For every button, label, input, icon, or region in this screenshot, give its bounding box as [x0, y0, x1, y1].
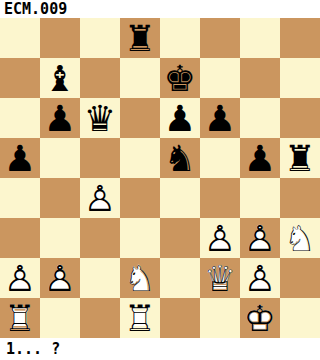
- piece-outline: ♘: [280, 218, 320, 258]
- square-g2[interactable]: ♟♙: [240, 258, 280, 298]
- piece-glyph: ♟: [240, 138, 280, 178]
- white-knight: ♞♘: [120, 258, 160, 298]
- black-pawn: ♟: [240, 138, 280, 178]
- piece-glyph: ♞: [160, 138, 200, 178]
- square-g8[interactable]: [240, 18, 280, 58]
- black-king: ♚: [160, 58, 200, 98]
- chess-board: ♜♝♚♟♛♟♟♟♞♟♜♟♙♟♙♟♙♞♘♟♙♟♙♞♘♛♕♟♙♜♖♜♖♚♔: [0, 18, 320, 338]
- piece-outline: ♕: [200, 258, 240, 298]
- black-queen: ♛: [80, 98, 120, 138]
- square-c2[interactable]: [80, 258, 120, 298]
- white-knight: ♞♘: [280, 218, 320, 258]
- title-bar: ECM.009: [0, 0, 320, 18]
- square-h8[interactable]: [280, 18, 320, 58]
- square-h5[interactable]: ♜: [280, 138, 320, 178]
- square-e5[interactable]: ♞: [160, 138, 200, 178]
- square-d7[interactable]: [120, 58, 160, 98]
- square-a5[interactable]: ♟: [0, 138, 40, 178]
- piece-outline: ♙: [0, 258, 40, 298]
- black-pawn: ♟: [200, 98, 240, 138]
- square-b4[interactable]: [40, 178, 80, 218]
- square-h7[interactable]: [280, 58, 320, 98]
- white-pawn: ♟♙: [0, 258, 40, 298]
- square-c6[interactable]: ♛: [80, 98, 120, 138]
- square-g6[interactable]: [240, 98, 280, 138]
- piece-outline: ♙: [240, 218, 280, 258]
- black-pawn: ♟: [160, 98, 200, 138]
- white-queen: ♛♕: [200, 258, 240, 298]
- square-e6[interactable]: ♟: [160, 98, 200, 138]
- piece-outline: ♙: [80, 178, 120, 218]
- square-a6[interactable]: [0, 98, 40, 138]
- square-e3[interactable]: [160, 218, 200, 258]
- white-rook: ♜♖: [120, 298, 160, 338]
- piece-glyph: ♛: [80, 98, 120, 138]
- square-a8[interactable]: [0, 18, 40, 58]
- page-title: ECM.009: [0, 0, 67, 18]
- white-king: ♚♔: [240, 298, 280, 338]
- piece-glyph: ♜: [280, 138, 320, 178]
- square-g7[interactable]: [240, 58, 280, 98]
- square-d2[interactable]: ♞♘: [120, 258, 160, 298]
- square-f1[interactable]: [200, 298, 240, 338]
- square-c1[interactable]: [80, 298, 120, 338]
- square-e2[interactable]: [160, 258, 200, 298]
- square-b6[interactable]: ♟: [40, 98, 80, 138]
- white-pawn: ♟♙: [200, 218, 240, 258]
- square-a1[interactable]: ♜♖: [0, 298, 40, 338]
- square-e7[interactable]: ♚: [160, 58, 200, 98]
- square-c5[interactable]: [80, 138, 120, 178]
- piece-outline: ♖: [120, 298, 160, 338]
- square-a3[interactable]: [0, 218, 40, 258]
- piece-glyph: ♟: [40, 98, 80, 138]
- square-g4[interactable]: [240, 178, 280, 218]
- square-d6[interactable]: [120, 98, 160, 138]
- square-d3[interactable]: [120, 218, 160, 258]
- square-g3[interactable]: ♟♙: [240, 218, 280, 258]
- square-h6[interactable]: [280, 98, 320, 138]
- square-f8[interactable]: [200, 18, 240, 58]
- square-c4[interactable]: ♟♙: [80, 178, 120, 218]
- black-knight: ♞: [160, 138, 200, 178]
- square-f3[interactable]: ♟♙: [200, 218, 240, 258]
- black-rook: ♜: [120, 18, 160, 58]
- piece-outline: ♘: [120, 258, 160, 298]
- black-pawn: ♟: [40, 98, 80, 138]
- move-prompt: 1... ?: [0, 339, 60, 359]
- white-pawn: ♟♙: [240, 218, 280, 258]
- white-rook: ♜♖: [0, 298, 40, 338]
- square-h4[interactable]: [280, 178, 320, 218]
- white-pawn: ♟♙: [240, 258, 280, 298]
- piece-outline: ♔: [240, 298, 280, 338]
- square-f4[interactable]: [200, 178, 240, 218]
- piece-glyph: ♟: [0, 138, 40, 178]
- piece-glyph: ♟: [200, 98, 240, 138]
- square-c8[interactable]: [80, 18, 120, 58]
- square-a7[interactable]: [0, 58, 40, 98]
- piece-glyph: ♟: [160, 98, 200, 138]
- piece-glyph: ♝: [40, 58, 80, 98]
- black-bishop: ♝: [40, 58, 80, 98]
- square-b7[interactable]: ♝: [40, 58, 80, 98]
- white-pawn: ♟♙: [80, 178, 120, 218]
- piece-outline: ♙: [200, 218, 240, 258]
- piece-outline: ♙: [40, 258, 80, 298]
- square-e4[interactable]: [160, 178, 200, 218]
- square-g5[interactable]: ♟: [240, 138, 280, 178]
- square-h3[interactable]: ♞♘: [280, 218, 320, 258]
- black-rook: ♜: [280, 138, 320, 178]
- square-f5[interactable]: [200, 138, 240, 178]
- square-f6[interactable]: ♟: [200, 98, 240, 138]
- square-e8[interactable]: [160, 18, 200, 58]
- square-a4[interactable]: [0, 178, 40, 218]
- square-h1[interactable]: [280, 298, 320, 338]
- square-e1[interactable]: [160, 298, 200, 338]
- square-b2[interactable]: ♟♙: [40, 258, 80, 298]
- square-d4[interactable]: [120, 178, 160, 218]
- square-d5[interactable]: [120, 138, 160, 178]
- square-b5[interactable]: [40, 138, 80, 178]
- piece-glyph: ♜: [120, 18, 160, 58]
- square-f2[interactable]: ♛♕: [200, 258, 240, 298]
- black-pawn: ♟: [0, 138, 40, 178]
- square-f7[interactable]: [200, 58, 240, 98]
- status-bar: 1... ?: [0, 338, 320, 360]
- piece-outline: ♙: [240, 258, 280, 298]
- piece-outline: ♖: [0, 298, 40, 338]
- square-h2[interactable]: [280, 258, 320, 298]
- square-a2[interactable]: ♟♙: [0, 258, 40, 298]
- square-b1[interactable]: [40, 298, 80, 338]
- square-c7[interactable]: [80, 58, 120, 98]
- square-b3[interactable]: [40, 218, 80, 258]
- square-c3[interactable]: [80, 218, 120, 258]
- square-g1[interactable]: ♚♔: [240, 298, 280, 338]
- square-d8[interactable]: ♜: [120, 18, 160, 58]
- piece-glyph: ♚: [160, 58, 200, 98]
- square-d1[interactable]: ♜♖: [120, 298, 160, 338]
- white-pawn: ♟♙: [40, 258, 80, 298]
- square-b8[interactable]: [40, 18, 80, 58]
